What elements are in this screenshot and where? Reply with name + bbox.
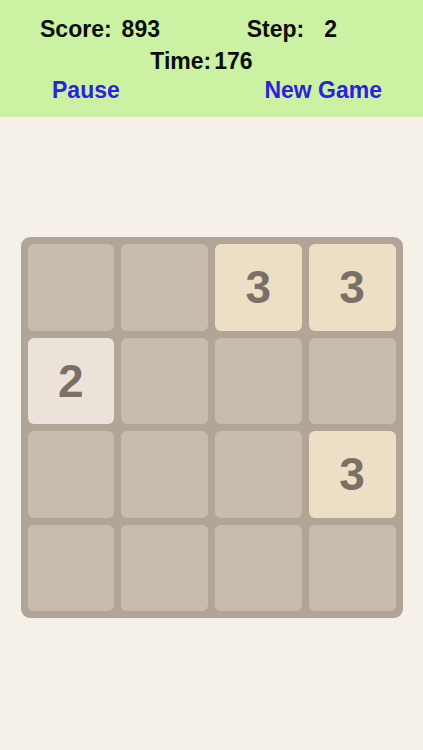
- board-cell-empty: [215, 338, 302, 425]
- new-game-button[interactable]: New Game: [264, 77, 382, 103]
- step-value: 2: [324, 16, 337, 42]
- game-header: Score: 893 Step: 2 Time: 176 Pause New G…: [0, 0, 423, 117]
- board-cell-empty: [215, 525, 302, 612]
- board-cell-empty: [28, 431, 115, 518]
- tile-3: 3: [215, 244, 302, 331]
- score-value: 893: [122, 16, 160, 42]
- tile-3: 3: [309, 244, 396, 331]
- game-board[interactable]: 3323: [21, 237, 403, 618]
- pause-button[interactable]: Pause: [52, 77, 120, 103]
- board-cell-empty: [28, 525, 115, 612]
- score-label: Score:: [40, 16, 112, 42]
- board-cell-empty: [28, 244, 115, 331]
- step-label: Step:: [247, 16, 305, 42]
- score-display: Score: 893: [40, 16, 160, 42]
- tile-3: 3: [309, 431, 396, 518]
- board-cell-empty: [121, 525, 208, 612]
- board-cell-empty: [309, 525, 396, 612]
- board-cell-empty: [121, 431, 208, 518]
- board-cell-empty: [121, 338, 208, 425]
- time-value: 176: [214, 48, 252, 74]
- board-cell-empty: [309, 338, 396, 425]
- tile-2: 2: [28, 338, 115, 425]
- time-display: Time: 176: [150, 48, 252, 74]
- buttons-row: Pause New Game: [0, 77, 423, 103]
- time-label: Time:: [150, 48, 211, 74]
- board-cell-empty: [121, 244, 208, 331]
- board-cell-empty: [215, 431, 302, 518]
- step-display: Step: 2: [247, 16, 337, 42]
- score-step-row: Score: 893 Step: 2: [0, 16, 423, 42]
- time-row: Time: 176: [0, 48, 423, 74]
